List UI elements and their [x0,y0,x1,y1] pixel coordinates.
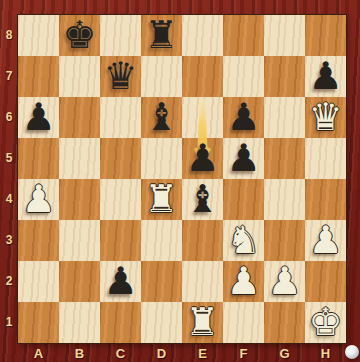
square-e3[interactable] [182,220,223,261]
piece-black-bishop-e4[interactable]: ♝ [185,179,219,220]
square-h3[interactable]: ♟ [305,220,346,261]
square-c1[interactable] [100,302,141,343]
square-f7[interactable] [223,56,264,97]
square-h4[interactable] [305,179,346,220]
square-d3[interactable] [141,220,182,261]
square-g4[interactable] [264,179,305,220]
file-label-c: C [100,346,141,362]
square-d2[interactable] [141,261,182,302]
square-h2[interactable] [305,261,346,302]
square-e2[interactable] [182,261,223,302]
chess-board: ♚♜♛♟♟♝♟♛♟♟♟♜♝♞♟♟♟♟♜♚ [18,15,346,343]
piece-white-queen-h6[interactable]: ♛ [308,97,342,138]
file-label-f: F [223,346,264,362]
corner-ball-decoration [345,345,359,359]
square-f8[interactable] [223,15,264,56]
square-a4[interactable]: ♟ [18,179,59,220]
chess-diagram: 87654321 ♚♜♛♟♟♝♟♛♟♟♟♜♝♞♟♟♟♟♜♚ ABCDEFGH [0,0,360,362]
square-a1[interactable] [18,302,59,343]
square-f6[interactable]: ♟ [223,97,264,138]
square-b8[interactable]: ♚ [59,15,100,56]
rank-label-3: 3 [0,220,18,261]
square-g8[interactable] [264,15,305,56]
piece-black-pawn-c2[interactable]: ♟ [103,261,137,302]
square-h6[interactable]: ♛ [305,97,346,138]
piece-black-queen-c7[interactable]: ♛ [103,56,137,97]
square-e5[interactable]: ♟ [182,138,223,179]
square-c4[interactable] [100,179,141,220]
square-b2[interactable] [59,261,100,302]
square-g2[interactable]: ♟ [264,261,305,302]
piece-white-pawn-g2[interactable]: ♟ [267,261,301,302]
square-g6[interactable] [264,97,305,138]
square-b7[interactable] [59,56,100,97]
piece-white-rook-e1[interactable]: ♜ [185,302,219,343]
square-a3[interactable] [18,220,59,261]
square-b4[interactable] [59,179,100,220]
piece-black-pawn-f5[interactable]: ♟ [226,138,260,179]
square-a8[interactable] [18,15,59,56]
square-h8[interactable] [305,15,346,56]
piece-white-rook-d4[interactable]: ♜ [144,179,178,220]
piece-black-rook-d8[interactable]: ♜ [144,15,178,56]
square-c2[interactable]: ♟ [100,261,141,302]
square-c8[interactable] [100,15,141,56]
square-g5[interactable] [264,138,305,179]
file-label-h: H [305,346,346,362]
square-f4[interactable] [223,179,264,220]
rank-label-4: 4 [0,179,18,220]
piece-white-king-h1[interactable]: ♚ [308,302,342,343]
square-c7[interactable]: ♛ [100,56,141,97]
piece-black-pawn-a6[interactable]: ♟ [21,97,55,138]
square-c6[interactable] [100,97,141,138]
square-e1[interactable]: ♜ [182,302,223,343]
file-labels: ABCDEFGH [18,344,346,362]
file-label-b: B [59,346,100,362]
square-e7[interactable] [182,56,223,97]
rank-label-8: 8 [0,15,18,56]
piece-white-pawn-h3[interactable]: ♟ [308,220,342,261]
rank-label-7: 7 [0,56,18,97]
square-d8[interactable]: ♜ [141,15,182,56]
rank-label-2: 2 [0,261,18,302]
square-g1[interactable] [264,302,305,343]
square-a5[interactable] [18,138,59,179]
square-c5[interactable] [100,138,141,179]
square-a2[interactable] [18,261,59,302]
square-f5[interactable]: ♟ [223,138,264,179]
piece-white-pawn-f2[interactable]: ♟ [226,261,260,302]
piece-white-knight-f3[interactable]: ♞ [226,220,260,261]
rank-label-1: 1 [0,302,18,343]
piece-black-pawn-f6[interactable]: ♟ [226,97,260,138]
square-a7[interactable] [18,56,59,97]
square-h1[interactable]: ♚ [305,302,346,343]
piece-black-pawn-h7[interactable]: ♟ [308,56,342,97]
square-b1[interactable] [59,302,100,343]
square-d7[interactable] [141,56,182,97]
square-h5[interactable] [305,138,346,179]
square-h7[interactable]: ♟ [305,56,346,97]
square-g3[interactable] [264,220,305,261]
square-c3[interactable] [100,220,141,261]
square-e8[interactable] [182,15,223,56]
square-d4[interactable]: ♜ [141,179,182,220]
piece-white-pawn-a4[interactable]: ♟ [21,179,55,220]
square-g7[interactable] [264,56,305,97]
file-label-a: A [18,346,59,362]
square-b3[interactable] [59,220,100,261]
square-e4[interactable]: ♝ [182,179,223,220]
rank-label-5: 5 [0,138,18,179]
square-a6[interactable]: ♟ [18,97,59,138]
square-f1[interactable] [223,302,264,343]
square-d1[interactable] [141,302,182,343]
square-b6[interactable] [59,97,100,138]
piece-black-bishop-d6[interactable]: ♝ [144,97,178,138]
square-d5[interactable] [141,138,182,179]
square-e6[interactable] [182,97,223,138]
file-label-d: D [141,346,182,362]
square-b5[interactable] [59,138,100,179]
rank-labels: 87654321 [0,15,18,343]
square-d6[interactable]: ♝ [141,97,182,138]
piece-black-king-b8[interactable]: ♚ [62,15,96,56]
square-f3[interactable]: ♞ [223,220,264,261]
square-f2[interactable]: ♟ [223,261,264,302]
rank-label-6: 6 [0,97,18,138]
file-label-g: G [264,346,305,362]
piece-black-pawn-e5[interactable]: ♟ [185,138,219,179]
file-label-e: E [182,346,223,362]
